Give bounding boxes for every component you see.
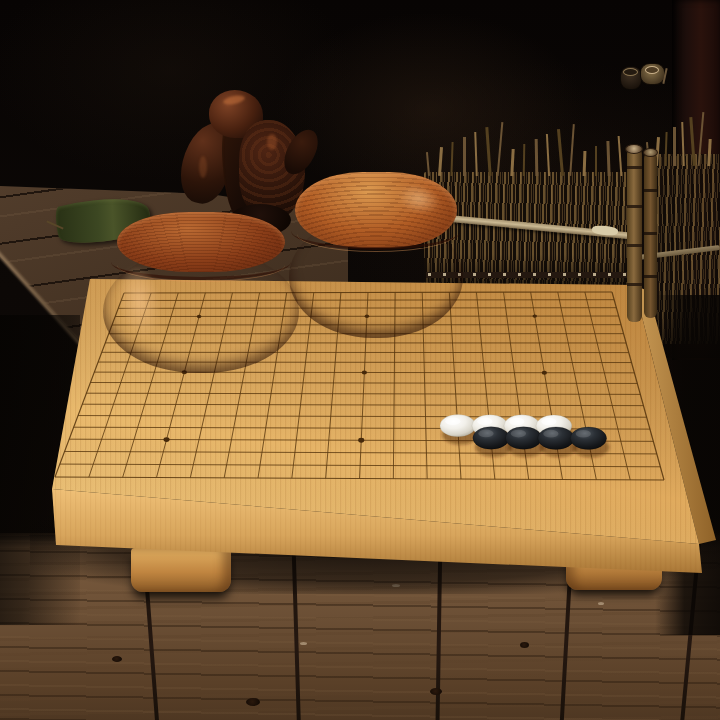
twig-tip	[708, 139, 712, 166]
twig-tip	[463, 137, 466, 176]
twig-tip	[535, 139, 539, 176]
bamboo-post-cap	[643, 148, 658, 157]
bamboo-post	[644, 152, 657, 318]
bamboo-ring	[645, 66, 659, 74]
fence-bamboo-posts	[598, 140, 678, 360]
wood-knot	[520, 642, 529, 648]
bamboo-piece	[620, 58, 672, 96]
bamboo-post-cap	[625, 144, 643, 154]
twig-tip	[450, 142, 453, 176]
twig-tip	[583, 151, 587, 176]
bamboo-post	[627, 148, 642, 322]
stone-bowl-right	[289, 172, 463, 338]
board-leg-right	[566, 552, 662, 590]
wood-knot	[430, 688, 442, 695]
wood-knot	[246, 698, 260, 706]
twig-tip	[510, 149, 514, 176]
board-leg-left	[131, 548, 231, 592]
bowl-lid-rim-highlight	[297, 216, 455, 252]
stone-bowl-left	[103, 210, 299, 373]
go-scene-photo	[0, 0, 720, 720]
wood-knot	[112, 656, 122, 662]
carving-highlight	[199, 156, 207, 178]
carving-highlight	[267, 134, 277, 150]
scuff-mark	[300, 642, 307, 645]
scuff-mark	[598, 602, 604, 605]
twig-tip	[595, 146, 597, 176]
twig-tip	[523, 144, 526, 176]
bamboo-ring	[623, 68, 638, 76]
